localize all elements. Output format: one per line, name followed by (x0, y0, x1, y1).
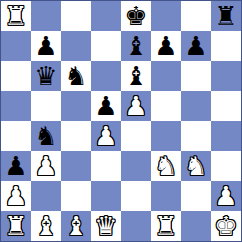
square-a3[interactable]: ♟ (1, 151, 31, 181)
square-e1[interactable] (121, 211, 151, 241)
square-c4[interactable] (61, 121, 91, 151)
black-pawn-g7: ♟ (184, 31, 207, 61)
square-g3[interactable]: ♞ (181, 151, 211, 181)
square-h5[interactable] (211, 91, 241, 121)
square-d8[interactable] (91, 1, 121, 31)
white-rook-a8: ♜ (4, 1, 27, 31)
chess-board: ♜♚♜♟♝♟♟♛♞♝♟♟♞♟♟♟♞♞♟♟♜♝♝♛♜♚ (1, 1, 241, 241)
square-g7[interactable]: ♟ (181, 31, 211, 61)
square-e5[interactable]: ♟ (121, 91, 151, 121)
square-f7[interactable]: ♟ (151, 31, 181, 61)
black-bishop-e6: ♝ (124, 61, 147, 91)
square-g5[interactable] (181, 91, 211, 121)
square-a8[interactable]: ♜ (1, 1, 31, 31)
square-f6[interactable] (151, 61, 181, 91)
square-c2[interactable] (61, 181, 91, 211)
square-a6[interactable] (1, 61, 31, 91)
white-knight-f3: ♞ (154, 151, 177, 181)
black-pawn-f7: ♟ (154, 31, 177, 61)
square-b8[interactable] (31, 1, 61, 31)
black-pawn-d5: ♟ (94, 91, 117, 121)
square-b5[interactable] (31, 91, 61, 121)
white-rook-a1: ♜ (4, 211, 27, 241)
white-rook-f1: ♜ (154, 211, 177, 241)
square-b6[interactable]: ♛ (31, 61, 61, 91)
square-f4[interactable] (151, 121, 181, 151)
square-b7[interactable]: ♟ (31, 31, 61, 61)
square-d7[interactable] (91, 31, 121, 61)
board-frame: ♜♚♜♟♝♟♟♛♞♝♟♟♞♟♟♟♞♞♟♟♜♝♝♛♜♚ (0, 0, 242, 242)
white-bishop-c1: ♝ (64, 211, 87, 241)
white-pawn-h2: ♟ (214, 181, 237, 211)
square-c6[interactable]: ♞ (61, 61, 91, 91)
square-g8[interactable] (181, 1, 211, 31)
square-a2[interactable]: ♟ (1, 181, 31, 211)
square-a1[interactable]: ♜ (1, 211, 31, 241)
black-knight-b4: ♞ (34, 121, 57, 151)
square-h7[interactable] (211, 31, 241, 61)
white-king-h1: ♚ (214, 211, 237, 241)
square-a4[interactable] (1, 121, 31, 151)
black-pawn-b7: ♟ (34, 31, 57, 61)
white-pawn-b3: ♟ (34, 151, 57, 181)
black-pawn-a3: ♟ (4, 151, 27, 181)
black-queen-b6: ♛ (34, 61, 57, 91)
square-d3[interactable] (91, 151, 121, 181)
square-g6[interactable] (181, 61, 211, 91)
square-d6[interactable] (91, 61, 121, 91)
white-bishop-b1: ♝ (34, 211, 57, 241)
square-g2[interactable] (181, 181, 211, 211)
square-h2[interactable]: ♟ (211, 181, 241, 211)
square-a7[interactable] (1, 31, 31, 61)
square-f5[interactable] (151, 91, 181, 121)
white-knight-g3: ♞ (184, 151, 207, 181)
square-b3[interactable]: ♟ (31, 151, 61, 181)
square-b1[interactable]: ♝ (31, 211, 61, 241)
black-knight-c6: ♞ (64, 61, 87, 91)
square-e7[interactable]: ♝ (121, 31, 151, 61)
square-c8[interactable] (61, 1, 91, 31)
square-f8[interactable] (151, 1, 181, 31)
square-f3[interactable]: ♞ (151, 151, 181, 181)
square-h3[interactable] (211, 151, 241, 181)
black-bishop-e7: ♝ (124, 31, 147, 61)
square-a5[interactable] (1, 91, 31, 121)
square-g4[interactable] (181, 121, 211, 151)
square-e3[interactable] (121, 151, 151, 181)
square-h4[interactable] (211, 121, 241, 151)
black-king-e8: ♚ (124, 1, 147, 31)
square-b2[interactable] (31, 181, 61, 211)
square-h1[interactable]: ♚ (211, 211, 241, 241)
square-d4[interactable]: ♟ (91, 121, 121, 151)
white-queen-d1: ♛ (94, 211, 117, 241)
square-c1[interactable]: ♝ (61, 211, 91, 241)
square-f1[interactable]: ♜ (151, 211, 181, 241)
square-h6[interactable] (211, 61, 241, 91)
square-d5[interactable]: ♟ (91, 91, 121, 121)
square-c7[interactable] (61, 31, 91, 61)
square-g1[interactable] (181, 211, 211, 241)
square-e6[interactable]: ♝ (121, 61, 151, 91)
square-c3[interactable] (61, 151, 91, 181)
white-pawn-a2: ♟ (4, 181, 27, 211)
square-e8[interactable]: ♚ (121, 1, 151, 31)
black-rook-h8: ♜ (214, 1, 237, 31)
square-c5[interactable] (61, 91, 91, 121)
square-b4[interactable]: ♞ (31, 121, 61, 151)
square-e2[interactable] (121, 181, 151, 211)
square-e4[interactable] (121, 121, 151, 151)
square-f2[interactable] (151, 181, 181, 211)
square-d2[interactable] (91, 181, 121, 211)
square-d1[interactable]: ♛ (91, 211, 121, 241)
square-h8[interactable]: ♜ (211, 1, 241, 31)
white-pawn-d4: ♟ (94, 121, 117, 151)
white-pawn-e5: ♟ (124, 91, 147, 121)
